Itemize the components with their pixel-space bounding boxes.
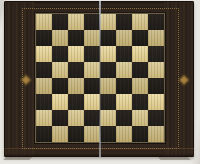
board-bottom-edge xyxy=(4,148,194,157)
square-h8 xyxy=(148,14,164,30)
square-c6 xyxy=(68,46,84,62)
square-b6 xyxy=(52,46,68,62)
board-photo xyxy=(0,0,200,164)
square-g8 xyxy=(132,14,148,30)
square-c5 xyxy=(68,62,84,78)
square-d8 xyxy=(84,14,100,30)
square-c4 xyxy=(68,78,84,94)
square-c3 xyxy=(68,94,84,110)
square-a8 xyxy=(36,14,52,30)
square-g4 xyxy=(132,78,148,94)
square-e1 xyxy=(100,126,116,142)
square-g5 xyxy=(132,62,148,78)
square-f1 xyxy=(116,126,132,142)
square-b3 xyxy=(52,94,68,110)
square-f6 xyxy=(116,46,132,62)
chessboard xyxy=(4,1,194,157)
square-e2 xyxy=(100,110,116,126)
square-h5 xyxy=(148,62,164,78)
brass-motif-left xyxy=(22,76,30,84)
square-a7 xyxy=(36,30,52,46)
square-b8 xyxy=(52,14,68,30)
square-g7 xyxy=(132,30,148,46)
square-a1 xyxy=(36,126,52,142)
square-e6 xyxy=(100,46,116,62)
square-h2 xyxy=(148,110,164,126)
square-e5 xyxy=(100,62,116,78)
square-h4 xyxy=(148,78,164,94)
square-g6 xyxy=(132,46,148,62)
square-f8 xyxy=(116,14,132,30)
square-e3 xyxy=(100,94,116,110)
square-d5 xyxy=(84,62,100,78)
square-g2 xyxy=(132,110,148,126)
square-e4 xyxy=(100,78,116,94)
square-a6 xyxy=(36,46,52,62)
square-b5 xyxy=(52,62,68,78)
square-e7 xyxy=(100,30,116,46)
square-d6 xyxy=(84,46,100,62)
square-d4 xyxy=(84,78,100,94)
square-b4 xyxy=(52,78,68,94)
square-c7 xyxy=(68,30,84,46)
square-d2 xyxy=(84,110,100,126)
square-h7 xyxy=(148,30,164,46)
square-f5 xyxy=(116,62,132,78)
square-a4 xyxy=(36,78,52,94)
square-d7 xyxy=(84,30,100,46)
board-shadow-right xyxy=(158,157,191,160)
square-f3 xyxy=(116,94,132,110)
square-h3 xyxy=(148,94,164,110)
square-g1 xyxy=(132,126,148,142)
square-f7 xyxy=(116,30,132,46)
square-c2 xyxy=(68,110,84,126)
square-b2 xyxy=(52,110,68,126)
board-shadow-left xyxy=(3,157,32,160)
square-c1 xyxy=(68,126,84,142)
board-frame-left xyxy=(5,2,35,156)
square-d1 xyxy=(84,126,100,142)
square-a5 xyxy=(36,62,52,78)
square-b7 xyxy=(52,30,68,46)
square-g3 xyxy=(132,94,148,110)
square-b1 xyxy=(52,126,68,142)
square-d3 xyxy=(84,94,100,110)
square-f4 xyxy=(116,78,132,94)
brass-motif-right xyxy=(180,76,188,84)
board-squares xyxy=(36,14,164,142)
square-c8 xyxy=(68,14,84,30)
square-h6 xyxy=(148,46,164,62)
square-f2 xyxy=(116,110,132,126)
square-h1 xyxy=(148,126,164,142)
board-frame-right xyxy=(164,2,193,156)
square-a3 xyxy=(36,94,52,110)
square-e8 xyxy=(100,14,116,30)
square-a2 xyxy=(36,110,52,126)
